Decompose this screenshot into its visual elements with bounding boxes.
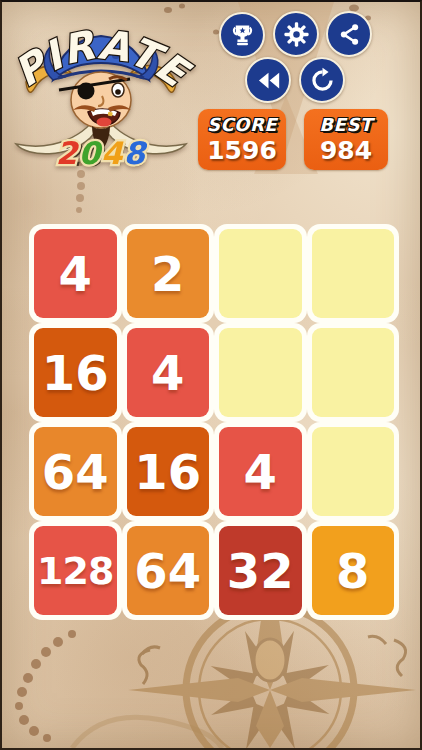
board-cell-r3c1: 64 bbox=[122, 521, 215, 620]
tile: 64 bbox=[34, 427, 117, 516]
board-cell-r2c3 bbox=[307, 422, 400, 521]
app-screen: PIRATE 2048 2048 bbox=[0, 0, 422, 750]
score-label: SCORE bbox=[207, 114, 277, 135]
dotted-trail-bottom bbox=[15, 630, 76, 742]
refresh-icon bbox=[309, 67, 336, 94]
settings-button[interactable] bbox=[273, 11, 319, 57]
board-cell-r3c2: 32 bbox=[214, 521, 307, 620]
trophy-icon bbox=[229, 22, 256, 49]
tile: 64 bbox=[127, 526, 210, 615]
board-cell-r1c0: 16 bbox=[29, 323, 122, 422]
share-button[interactable] bbox=[326, 11, 372, 57]
share-icon bbox=[336, 21, 363, 48]
tile: 8 bbox=[312, 526, 395, 615]
rewind-icon bbox=[255, 67, 282, 94]
board-cell-r3c3: 8 bbox=[307, 521, 400, 620]
board-cell-r3c0: 128 bbox=[29, 521, 122, 620]
board-cell-r1c2 bbox=[214, 323, 307, 422]
board-cell-r1c3 bbox=[307, 323, 400, 422]
board-cell-r0c0: 4 bbox=[29, 224, 122, 323]
board-cell-r0c1: 2 bbox=[122, 224, 215, 323]
gear-icon bbox=[283, 21, 310, 48]
eyepatch bbox=[78, 83, 95, 100]
empty-cell bbox=[312, 328, 395, 417]
tile: 4 bbox=[219, 427, 302, 516]
app-logo: PIRATE 2048 2048 bbox=[6, 16, 196, 168]
tile: 16 bbox=[127, 427, 210, 516]
achievements-button[interactable] bbox=[219, 12, 265, 58]
empty-cell bbox=[312, 229, 395, 318]
score-value: 1596 bbox=[207, 136, 277, 165]
tile: 2 bbox=[127, 229, 210, 318]
flourish-ornaments bbox=[139, 636, 406, 684]
tile: 4 bbox=[34, 229, 117, 318]
restart-button[interactable] bbox=[299, 57, 345, 103]
empty-cell bbox=[219, 229, 302, 318]
tile: 32 bbox=[219, 526, 302, 615]
tile: 16 bbox=[34, 328, 117, 417]
empty-cell bbox=[312, 427, 395, 516]
corner-swirl bbox=[72, 717, 222, 748]
board-cell-r2c0: 64 bbox=[29, 422, 122, 521]
best-box: BEST 984 bbox=[304, 109, 388, 170]
empty-cell bbox=[219, 328, 302, 417]
board-cell-r2c1: 16 bbox=[122, 422, 215, 521]
board-cell-r0c2 bbox=[214, 224, 307, 323]
board-cell-r0c3 bbox=[307, 224, 400, 323]
score-box: SCORE 1596 bbox=[198, 109, 286, 170]
board-cell-r1c1: 4 bbox=[122, 323, 215, 422]
undo-button[interactable] bbox=[245, 57, 291, 103]
board-cell-r2c2: 4 bbox=[214, 422, 307, 521]
best-label: BEST bbox=[319, 114, 372, 135]
game-board[interactable]: 4 2 16 4 64 16 4 128 64 32 8 bbox=[29, 224, 399, 620]
tile: 128 bbox=[34, 526, 117, 615]
tile: 4 bbox=[127, 328, 210, 417]
logo-2048: 2048 bbox=[56, 135, 149, 168]
best-value: 984 bbox=[320, 136, 372, 165]
